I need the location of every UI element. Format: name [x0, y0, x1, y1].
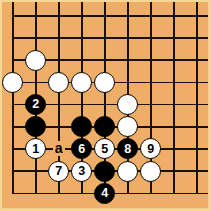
stone-black-move-8: 8 [117, 138, 138, 159]
stone-white [2, 72, 23, 93]
grid-line-horizontal [12, 15, 209, 17]
grid-line-vertical [196, 2, 198, 194]
grid-line-horizontal [12, 37, 209, 39]
stone-white [48, 72, 69, 93]
move-number: 7 [55, 165, 62, 178]
stone-white [117, 161, 138, 182]
stone-white [117, 116, 138, 137]
stone-white-move-5: 5 [94, 138, 115, 159]
stone-black [71, 116, 92, 137]
stone-white [94, 72, 115, 93]
stone-black [94, 161, 115, 182]
stone-white-move-1: 1 [25, 138, 46, 159]
move-number: 6 [78, 143, 85, 156]
stone-black [25, 116, 46, 137]
stone-white [71, 72, 92, 93]
move-number: 8 [124, 143, 131, 156]
move-number: 3 [78, 165, 85, 178]
stone-black-move-2: 2 [25, 94, 46, 115]
stone-white-move-3: 3 [71, 161, 92, 182]
move-number: 1 [32, 143, 39, 156]
stone-black-move-6: 6 [71, 138, 92, 159]
stone-black-move-4: 4 [94, 183, 115, 204]
stone-white-move-9: 9 [140, 138, 161, 159]
stone-white-move-7: 7 [48, 161, 69, 182]
stone-black [94, 116, 115, 137]
move-number: 9 [147, 143, 154, 156]
grid-line-vertical [12, 2, 14, 194]
move-number: 4 [101, 187, 108, 200]
stone-white [25, 50, 46, 71]
move-number: 2 [32, 98, 39, 111]
stone-white [140, 161, 161, 182]
move-number: 5 [101, 143, 108, 156]
go-board-diagram: 21a6589734 [0, 0, 211, 211]
point-label-a: a [53, 141, 65, 156]
stone-white [117, 94, 138, 115]
grid-line-vertical [173, 2, 175, 194]
